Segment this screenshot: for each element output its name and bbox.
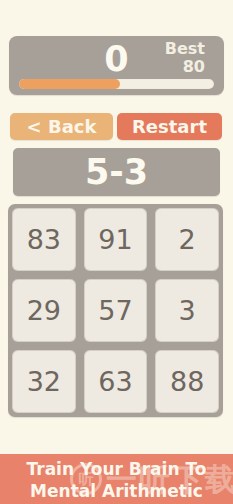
answer-tile[interactable]: 57 [84,279,148,342]
answer-tile[interactable]: 63 [84,350,148,413]
restart-button-label: Restart [132,116,207,137]
question-display: 5-3 [13,148,220,196]
answer-tile[interactable]: 88 [155,350,219,413]
progress-fill [19,79,120,89]
answer-tile[interactable]: 91 [84,208,148,271]
score-panel: 0 Best 80 [9,36,224,95]
best-label: Best [165,41,205,57]
answer-tile[interactable]: 32 [12,350,76,413]
answer-grid: 83 91 2 29 57 3 32 63 88 [8,204,223,417]
best-score-value: 80 [183,59,205,75]
answer-tile[interactable]: 3 [155,279,219,342]
back-button-label: < Back [27,116,97,137]
promo-banner: Train Your Brain To Mental Arithmetic 听 … [0,454,233,504]
banner-title-line1: Train Your Brain To [0,458,233,480]
answer-tile[interactable]: 2 [155,208,219,271]
restart-button[interactable]: Restart [117,113,222,140]
answer-tile[interactable]: 29 [12,279,76,342]
answer-tile[interactable]: 83 [12,208,76,271]
question-text: 5-3 [85,155,148,190]
back-button[interactable]: < Back [10,113,113,140]
app-screen: 0 Best 80 < Back Restart 5-3 83 91 2 29 … [0,0,233,504]
banner-title-line2: Mental Arithmetic [0,480,233,502]
progress-bar [19,79,214,89]
